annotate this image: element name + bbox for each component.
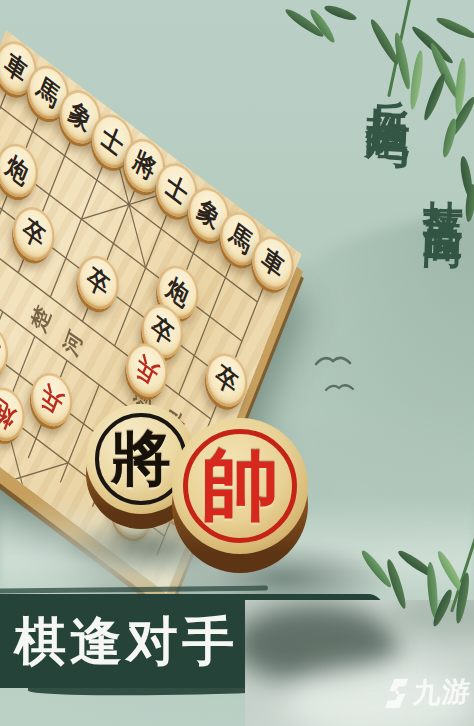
piece-character: 士 xyxy=(98,122,127,160)
piece-face: 帥 xyxy=(172,418,308,554)
piece-character: 炮 xyxy=(0,395,18,433)
red-ring xyxy=(183,429,297,543)
jiuyou-g-icon xyxy=(382,676,411,713)
piece-character: 士 xyxy=(162,171,191,209)
piece-character: 象 xyxy=(66,98,95,136)
piece-character: 兵 xyxy=(37,380,66,418)
piece-character: 兵 xyxy=(0,332,2,370)
red-marshal-showcase-piece: 帥 xyxy=(172,418,308,554)
blur-blob xyxy=(385,600,474,640)
piece-character: 車 xyxy=(2,49,31,87)
piece-character: 車 xyxy=(259,244,288,282)
piece-character: 兵 xyxy=(132,351,161,389)
piece-character: 將 xyxy=(130,146,159,184)
piece-character: 炮 xyxy=(3,151,32,189)
xiangqi-promo-poster: 兵挺炮鸣 技艺盖世间 xyxy=(0,0,474,726)
calligraphy-line-2: 技艺盖世间 xyxy=(417,167,473,204)
piece-character: 馬 xyxy=(34,73,63,111)
jiuyou-logo[interactable]: 九游 xyxy=(382,672,473,713)
calligraphy-line-1: 兵挺炮鸣 xyxy=(361,62,422,101)
piece-character: 卒 xyxy=(84,263,113,301)
piece-character: 象 xyxy=(194,195,223,233)
jiuyou-logo-text: 九游 xyxy=(411,672,473,712)
piece-character: 卒 xyxy=(212,361,241,399)
piece-character: 卒 xyxy=(19,215,48,253)
birds-icon xyxy=(312,350,364,402)
piece-character: 馬 xyxy=(227,220,256,258)
